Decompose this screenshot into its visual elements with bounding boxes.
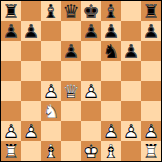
square-a8[interactable]: ♜♖ xyxy=(1,1,21,21)
pawn-glyph-outline-icon: ♙ xyxy=(1,21,21,41)
square-d1[interactable] xyxy=(61,141,81,161)
square-d4[interactable]: ♛♕ xyxy=(61,81,81,101)
pawn-glyph-outline-icon: ♙ xyxy=(61,41,81,61)
square-d2[interactable] xyxy=(61,121,81,141)
square-c3[interactable]: ♞♘ xyxy=(41,101,61,121)
square-c2[interactable] xyxy=(41,121,61,141)
piece-white-pawn[interactable]: ♟♙ xyxy=(41,81,61,101)
square-e2[interactable] xyxy=(81,121,101,141)
square-g1[interactable] xyxy=(121,141,141,161)
square-h1[interactable]: ♜♖ xyxy=(141,141,161,161)
square-d7[interactable] xyxy=(61,21,81,41)
square-c1[interactable]: ♝♗ xyxy=(41,141,61,161)
piece-black-rook[interactable]: ♜♖ xyxy=(141,1,161,21)
square-h7[interactable]: ♟♙ xyxy=(141,21,161,41)
square-d6[interactable]: ♟♙ xyxy=(61,41,81,61)
square-f2[interactable]: ♟♙ xyxy=(101,121,121,141)
square-c7[interactable] xyxy=(41,21,61,41)
square-g2[interactable]: ♟♙ xyxy=(121,121,141,141)
piece-black-pawn[interactable]: ♟♙ xyxy=(61,41,81,61)
bishop-glyph-outline-icon: ♗ xyxy=(41,141,61,161)
square-e1[interactable]: ♚♔ xyxy=(81,141,101,161)
pawn-glyph-outline-icon: ♙ xyxy=(21,21,41,41)
square-g8[interactable] xyxy=(121,1,141,21)
square-a5[interactable] xyxy=(1,61,21,81)
rook-glyph-outline-icon: ♖ xyxy=(141,141,161,161)
square-b6[interactable] xyxy=(21,41,41,61)
square-e8[interactable]: ♚♔ xyxy=(81,1,101,21)
square-a4[interactable] xyxy=(1,81,21,101)
piece-black-bishop[interactable]: ♝♗ xyxy=(101,1,121,21)
square-b8[interactable] xyxy=(21,1,41,21)
rook-glyph-outline-icon: ♖ xyxy=(1,141,21,161)
king-glyph-outline-icon: ♔ xyxy=(81,1,101,21)
bishop-glyph-outline-icon: ♗ xyxy=(101,141,121,161)
square-b2[interactable]: ♟♙ xyxy=(21,121,41,141)
square-f3[interactable] xyxy=(101,101,121,121)
square-g3[interactable] xyxy=(121,101,141,121)
piece-black-pawn[interactable]: ♟♙ xyxy=(21,21,41,41)
square-b4[interactable] xyxy=(21,81,41,101)
bishop-glyph-outline-icon: ♗ xyxy=(41,1,61,21)
piece-white-pawn[interactable]: ♟♙ xyxy=(81,81,101,101)
piece-white-pawn[interactable]: ♟♙ xyxy=(141,121,161,141)
square-h8[interactable]: ♜♖ xyxy=(141,1,161,21)
pawn-glyph-outline-icon: ♙ xyxy=(141,21,161,41)
piece-black-queen[interactable]: ♛♕ xyxy=(61,1,81,21)
square-h5[interactable] xyxy=(141,61,161,81)
square-g5[interactable] xyxy=(121,61,141,81)
piece-white-knight[interactable]: ♞♘ xyxy=(41,101,61,121)
piece-black-knight[interactable]: ♞♘ xyxy=(101,41,121,61)
bishop-glyph-outline-icon: ♗ xyxy=(101,1,121,21)
queen-glyph-outline-icon: ♕ xyxy=(61,1,81,21)
square-e3[interactable] xyxy=(81,101,101,121)
piece-white-bishop[interactable]: ♝♗ xyxy=(41,141,61,161)
piece-black-pawn[interactable]: ♟♙ xyxy=(1,21,21,41)
square-g7[interactable] xyxy=(121,21,141,41)
square-e6[interactable] xyxy=(81,41,101,61)
pawn-glyph-outline-icon: ♙ xyxy=(21,121,41,141)
pawn-glyph-outline-icon: ♙ xyxy=(121,41,141,61)
square-a6[interactable] xyxy=(1,41,21,61)
queen-glyph-outline-icon: ♕ xyxy=(61,81,81,101)
pawn-glyph-outline-icon: ♙ xyxy=(81,21,101,41)
rook-glyph-outline-icon: ♖ xyxy=(141,1,161,21)
king-glyph-outline-icon: ♔ xyxy=(81,141,101,161)
square-a3[interactable] xyxy=(1,101,21,121)
piece-white-pawn[interactable]: ♟♙ xyxy=(121,121,141,141)
pawn-glyph-outline-icon: ♙ xyxy=(41,81,61,101)
knight-glyph-outline-icon: ♘ xyxy=(41,101,61,121)
square-b7[interactable]: ♟♙ xyxy=(21,21,41,41)
square-h4[interactable] xyxy=(141,81,161,101)
rook-glyph-outline-icon: ♖ xyxy=(1,1,21,21)
square-h3[interactable] xyxy=(141,101,161,121)
square-b1[interactable] xyxy=(21,141,41,161)
piece-white-bishop[interactable]: ♝♗ xyxy=(101,141,121,161)
square-c8[interactable]: ♝♗ xyxy=(41,1,61,21)
pawn-glyph-outline-icon: ♙ xyxy=(81,81,101,101)
piece-black-pawn[interactable]: ♟♙ xyxy=(101,21,121,41)
piece-white-rook[interactable]: ♜♖ xyxy=(1,141,21,161)
piece-white-pawn[interactable]: ♟♙ xyxy=(1,121,21,141)
square-h6[interactable] xyxy=(141,41,161,61)
piece-black-pawn[interactable]: ♟♙ xyxy=(121,41,141,61)
square-c6[interactable] xyxy=(41,41,61,61)
piece-white-king[interactable]: ♚♔ xyxy=(81,141,101,161)
square-f8[interactable]: ♝♗ xyxy=(101,1,121,21)
piece-black-rook[interactable]: ♜♖ xyxy=(1,1,21,21)
square-d5[interactable] xyxy=(61,61,81,81)
chess-board: ♜♖♝♗♛♕♚♔♝♗♜♖♟♙♟♙♟♙♟♙♟♙♟♙♞♘♟♙♟♙♛♕♟♙♞♘♟♙♟♙… xyxy=(0,0,162,162)
square-f5[interactable] xyxy=(101,61,121,81)
square-b3[interactable] xyxy=(21,101,41,121)
square-e4[interactable]: ♟♙ xyxy=(81,81,101,101)
square-g6[interactable]: ♟♙ xyxy=(121,41,141,61)
square-c4[interactable]: ♟♙ xyxy=(41,81,61,101)
square-b5[interactable] xyxy=(21,61,41,81)
knight-glyph-outline-icon: ♘ xyxy=(101,41,121,61)
square-a7[interactable]: ♟♙ xyxy=(1,21,21,41)
piece-black-king[interactable]: ♚♔ xyxy=(81,1,101,21)
pawn-glyph-outline-icon: ♙ xyxy=(141,121,161,141)
piece-black-bishop[interactable]: ♝♗ xyxy=(41,1,61,21)
square-g4[interactable] xyxy=(121,81,141,101)
square-d8[interactable]: ♛♕ xyxy=(61,1,81,21)
square-f4[interactable] xyxy=(101,81,121,101)
piece-black-pawn[interactable]: ♟♙ xyxy=(81,21,101,41)
square-c5[interactable] xyxy=(41,61,61,81)
pawn-glyph-outline-icon: ♙ xyxy=(101,21,121,41)
square-f7[interactable]: ♟♙ xyxy=(101,21,121,41)
square-a2[interactable]: ♟♙ xyxy=(1,121,21,141)
piece-white-pawn[interactable]: ♟♙ xyxy=(101,121,121,141)
square-h2[interactable]: ♟♙ xyxy=(141,121,161,141)
piece-white-queen[interactable]: ♛♕ xyxy=(61,81,81,101)
square-f6[interactable]: ♞♘ xyxy=(101,41,121,61)
square-f1[interactable]: ♝♗ xyxy=(101,141,121,161)
pawn-glyph-outline-icon: ♙ xyxy=(101,121,121,141)
piece-black-pawn[interactable]: ♟♙ xyxy=(141,21,161,41)
pawn-glyph-outline-icon: ♙ xyxy=(121,121,141,141)
piece-white-pawn[interactable]: ♟♙ xyxy=(21,121,41,141)
square-e7[interactable]: ♟♙ xyxy=(81,21,101,41)
square-d3[interactable] xyxy=(61,101,81,121)
pawn-glyph-outline-icon: ♙ xyxy=(1,121,21,141)
square-a1[interactable]: ♜♖ xyxy=(1,141,21,161)
square-e5[interactable] xyxy=(81,61,101,81)
piece-white-rook[interactable]: ♜♖ xyxy=(141,141,161,161)
